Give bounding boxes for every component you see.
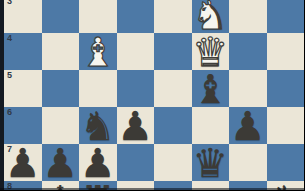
square-h3[interactable]: 3 — [4, 0, 42, 33]
square-d8[interactable] — [154, 181, 192, 190]
chess-board: 3♞4♝♛5♝6♞♟♟7♟♟♟♛8♚♜♞ — [4, 0, 304, 190]
square-c4[interactable]: ♛ — [192, 33, 230, 70]
square-h8[interactable]: 8 — [4, 181, 42, 190]
black-knight-a8[interactable]: ♞ — [267, 180, 303, 191]
square-c5[interactable]: ♝ — [192, 70, 230, 107]
square-c8[interactable] — [192, 181, 230, 190]
square-g3[interactable] — [42, 0, 80, 33]
square-e8[interactable] — [117, 181, 155, 190]
square-c6[interactable] — [192, 107, 230, 144]
square-e3[interactable] — [117, 0, 155, 33]
square-d7[interactable] — [154, 144, 192, 181]
rank-label-8: 8 — [7, 182, 12, 190]
square-g6[interactable] — [42, 107, 80, 144]
square-a8[interactable]: ♞ — [267, 181, 305, 190]
square-f5[interactable] — [79, 70, 117, 107]
square-b5[interactable] — [229, 70, 267, 107]
square-d6[interactable] — [154, 107, 192, 144]
black-rook-f8[interactable]: ♜ — [80, 180, 116, 191]
black-bishop-c5[interactable]: ♝ — [192, 69, 228, 109]
square-a6[interactable] — [267, 107, 305, 144]
square-e6[interactable]: ♟ — [117, 107, 155, 144]
square-d3[interactable] — [154, 0, 192, 33]
square-f4[interactable]: ♝ — [79, 33, 117, 70]
square-g8[interactable]: ♚ — [42, 181, 80, 190]
square-d4[interactable] — [154, 33, 192, 70]
square-b4[interactable] — [229, 33, 267, 70]
square-c7[interactable]: ♛ — [192, 144, 230, 181]
square-g5[interactable] — [42, 70, 80, 107]
square-b7[interactable] — [229, 144, 267, 181]
square-a7[interactable] — [267, 144, 305, 181]
chess-board-screen: 3♞4♝♛5♝6♞♟♟7♟♟♟♛8♚♜♞ — [0, 0, 304, 190]
rank-label-3: 3 — [7, 0, 12, 6]
square-b8[interactable] — [229, 181, 267, 190]
black-queen-c7[interactable]: ♛ — [192, 143, 228, 183]
rank-label-4: 4 — [7, 34, 12, 43]
rank-label-5: 5 — [7, 71, 12, 80]
square-h4[interactable]: 4 — [4, 33, 42, 70]
square-d5[interactable] — [154, 70, 192, 107]
square-h6[interactable]: 6 — [4, 107, 42, 144]
black-king-g8[interactable]: ♚ — [42, 180, 78, 191]
square-a3[interactable] — [267, 0, 305, 33]
white-bishop-f4[interactable]: ♝ — [80, 32, 116, 72]
square-f7[interactable]: ♟ — [79, 144, 117, 181]
black-pawn-e6[interactable]: ♟ — [117, 106, 153, 146]
square-g7[interactable]: ♟ — [42, 144, 80, 181]
square-g4[interactable] — [42, 33, 80, 70]
square-f8[interactable]: ♜ — [79, 181, 117, 190]
square-e4[interactable] — [117, 33, 155, 70]
rank-label-7: 7 — [7, 145, 12, 154]
square-h5[interactable]: 5 — [4, 70, 42, 107]
square-e5[interactable] — [117, 70, 155, 107]
square-b6[interactable]: ♟ — [229, 107, 267, 144]
square-e7[interactable] — [117, 144, 155, 181]
square-h7[interactable]: 7♟ — [4, 144, 42, 181]
rank-label-6: 6 — [7, 108, 12, 117]
square-f6[interactable]: ♞ — [79, 107, 117, 144]
black-pawn-b6[interactable]: ♟ — [230, 106, 266, 146]
square-a5[interactable] — [267, 70, 305, 107]
square-a4[interactable] — [267, 33, 305, 70]
square-b3[interactable] — [229, 0, 267, 33]
